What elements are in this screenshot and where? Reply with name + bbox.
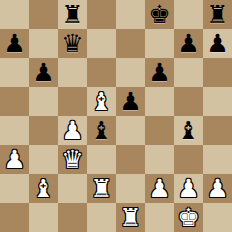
square-d1[interactable] <box>87 203 116 232</box>
white-bishop[interactable]: ♝ <box>90 87 112 116</box>
square-e6[interactable] <box>116 58 145 87</box>
square-c1[interactable] <box>58 203 87 232</box>
black-pawn[interactable]: ♟ <box>3 29 25 58</box>
square-h4[interactable] <box>203 116 232 145</box>
square-d4[interactable]: ♝ <box>87 116 116 145</box>
square-h6[interactable] <box>203 58 232 87</box>
square-b8[interactable] <box>29 0 58 29</box>
square-e7[interactable] <box>116 29 145 58</box>
square-c6[interactable] <box>58 58 87 87</box>
white-bishop[interactable]: ♝ <box>32 174 54 203</box>
square-c4[interactable]: ♟ <box>58 116 87 145</box>
square-f2[interactable]: ♟ <box>145 174 174 203</box>
black-bishop[interactable]: ♝ <box>90 116 112 145</box>
black-pawn[interactable]: ♟ <box>206 29 228 58</box>
white-pawn[interactable]: ♟ <box>3 145 25 174</box>
square-h1[interactable] <box>203 203 232 232</box>
square-b7[interactable] <box>29 29 58 58</box>
square-a7[interactable]: ♟ <box>0 29 29 58</box>
square-e4[interactable] <box>116 116 145 145</box>
square-b4[interactable] <box>29 116 58 145</box>
black-queen[interactable]: ♛ <box>61 29 83 58</box>
square-g4[interactable]: ♝ <box>174 116 203 145</box>
square-c8[interactable]: ♜ <box>58 0 87 29</box>
square-g3[interactable] <box>174 145 203 174</box>
square-f4[interactable] <box>145 116 174 145</box>
square-d3[interactable] <box>87 145 116 174</box>
square-a1[interactable] <box>0 203 29 232</box>
white-pawn[interactable]: ♟ <box>61 116 83 145</box>
square-f8[interactable]: ♚ <box>145 0 174 29</box>
white-rook[interactable]: ♜ <box>119 203 141 232</box>
square-h5[interactable] <box>203 87 232 116</box>
square-d7[interactable] <box>87 29 116 58</box>
square-a2[interactable] <box>0 174 29 203</box>
white-pawn[interactable]: ♟ <box>148 174 170 203</box>
square-b1[interactable] <box>29 203 58 232</box>
square-f7[interactable] <box>145 29 174 58</box>
square-c7[interactable]: ♛ <box>58 29 87 58</box>
square-g5[interactable] <box>174 87 203 116</box>
square-a6[interactable] <box>0 58 29 87</box>
square-c3[interactable]: ♛ <box>58 145 87 174</box>
square-f3[interactable] <box>145 145 174 174</box>
square-a3[interactable]: ♟ <box>0 145 29 174</box>
square-h3[interactable] <box>203 145 232 174</box>
black-bishop[interactable]: ♝ <box>177 116 199 145</box>
square-f6[interactable]: ♟ <box>145 58 174 87</box>
square-d8[interactable] <box>87 0 116 29</box>
white-rook[interactable]: ♜ <box>90 174 112 203</box>
square-c5[interactable] <box>58 87 87 116</box>
chess-board: ♜♚♜♟♛♟♟♟♟♝♟♟♝♝♟♛♝♜♟♟♟♜♚ <box>0 0 232 232</box>
square-d6[interactable] <box>87 58 116 87</box>
square-b5[interactable] <box>29 87 58 116</box>
black-pawn[interactable]: ♟ <box>119 87 141 116</box>
square-e2[interactable] <box>116 174 145 203</box>
black-rook[interactable]: ♜ <box>206 0 228 29</box>
square-a5[interactable] <box>0 87 29 116</box>
square-g8[interactable] <box>174 0 203 29</box>
square-g7[interactable]: ♟ <box>174 29 203 58</box>
square-e5[interactable]: ♟ <box>116 87 145 116</box>
black-pawn[interactable]: ♟ <box>148 58 170 87</box>
square-e8[interactable] <box>116 0 145 29</box>
black-king[interactable]: ♚ <box>148 0 170 29</box>
square-g2[interactable]: ♟ <box>174 174 203 203</box>
square-b6[interactable]: ♟ <box>29 58 58 87</box>
square-f1[interactable] <box>145 203 174 232</box>
white-king[interactable]: ♚ <box>177 203 199 232</box>
square-a8[interactable] <box>0 0 29 29</box>
square-b2[interactable]: ♝ <box>29 174 58 203</box>
square-h2[interactable]: ♟ <box>203 174 232 203</box>
square-g6[interactable] <box>174 58 203 87</box>
square-a4[interactable] <box>0 116 29 145</box>
square-h7[interactable]: ♟ <box>203 29 232 58</box>
white-pawn[interactable]: ♟ <box>177 174 199 203</box>
square-f5[interactable] <box>145 87 174 116</box>
square-e3[interactable] <box>116 145 145 174</box>
square-c2[interactable] <box>58 174 87 203</box>
black-pawn[interactable]: ♟ <box>177 29 199 58</box>
square-e1[interactable]: ♜ <box>116 203 145 232</box>
square-d2[interactable]: ♜ <box>87 174 116 203</box>
square-g1[interactable]: ♚ <box>174 203 203 232</box>
black-pawn[interactable]: ♟ <box>32 58 54 87</box>
black-rook[interactable]: ♜ <box>61 0 83 29</box>
white-pawn[interactable]: ♟ <box>206 174 228 203</box>
square-b3[interactable] <box>29 145 58 174</box>
square-d5[interactable]: ♝ <box>87 87 116 116</box>
white-queen[interactable]: ♛ <box>61 145 83 174</box>
square-h8[interactable]: ♜ <box>203 0 232 29</box>
